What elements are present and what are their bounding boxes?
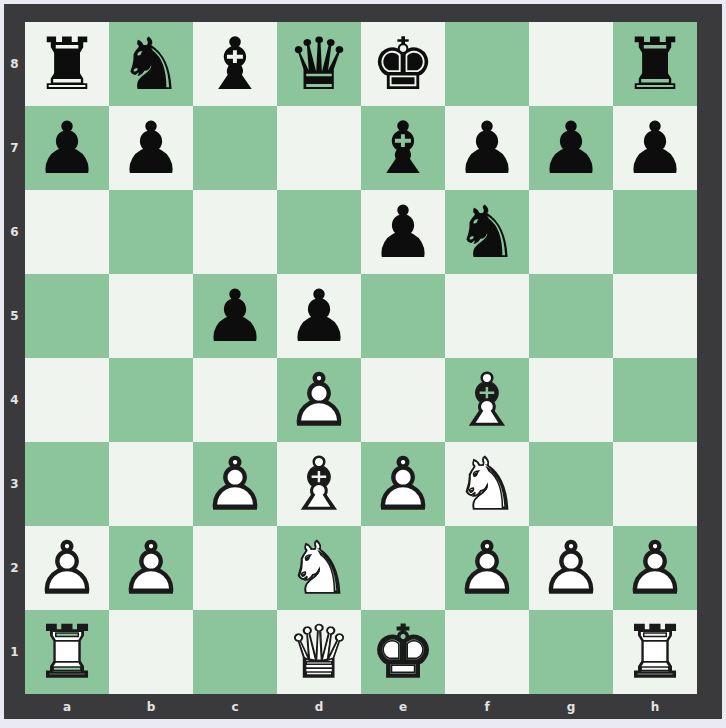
white-piece-detail-glyph: ♙: [193, 442, 277, 526]
rank-label-4: 4: [4, 358, 25, 442]
square-b3[interactable]: [109, 442, 193, 526]
piece-black-pawn[interactable]: ♟: [25, 106, 109, 190]
square-f5[interactable]: [445, 274, 529, 358]
black-piece-glyph: ♟: [109, 106, 193, 190]
piece-black-knight[interactable]: ♞: [109, 22, 193, 106]
rank-labels: 87654321: [4, 22, 25, 694]
white-piece-detail-glyph: ♙: [445, 526, 529, 610]
white-piece-detail-glyph: ♖: [25, 610, 109, 694]
white-piece-detail-glyph: ♗: [445, 358, 529, 442]
square-h1[interactable]: ♜♖: [613, 610, 697, 694]
board-frame: 87654321 ♜♞♝♛♚♜♟♟♝♟♟♟♟♞♟♟♟♙♝♗♟♙♝♗♟♙♞♘♟♙♟…: [4, 4, 722, 719]
white-piece-detail-glyph: ♔: [361, 610, 445, 694]
piece-black-pawn[interactable]: ♟: [193, 274, 277, 358]
square-h6[interactable]: [613, 190, 697, 274]
square-a4[interactable]: [25, 358, 109, 442]
piece-black-bishop[interactable]: ♝: [361, 106, 445, 190]
square-h4[interactable]: [613, 358, 697, 442]
piece-black-pawn[interactable]: ♟: [445, 106, 529, 190]
white-piece-detail-glyph: ♘: [277, 526, 361, 610]
square-d7[interactable]: [277, 106, 361, 190]
square-d1[interactable]: ♛♕: [277, 610, 361, 694]
black-piece-glyph: ♝: [193, 22, 277, 106]
piece-black-pawn[interactable]: ♟: [109, 106, 193, 190]
black-piece-glyph: ♜: [613, 22, 697, 106]
square-c2[interactable]: [193, 526, 277, 610]
square-b7[interactable]: ♟: [109, 106, 193, 190]
file-labels: abcdefgh: [25, 694, 697, 719]
black-piece-glyph: ♛: [277, 22, 361, 106]
black-piece-glyph: ♟: [25, 106, 109, 190]
square-b2[interactable]: ♟♙: [109, 526, 193, 610]
piece-black-pawn[interactable]: ♟: [277, 274, 361, 358]
square-a8[interactable]: ♜: [25, 22, 109, 106]
square-h8[interactable]: ♜: [613, 22, 697, 106]
piece-black-bishop[interactable]: ♝: [193, 22, 277, 106]
square-f8[interactable]: [445, 22, 529, 106]
square-f1[interactable]: [445, 610, 529, 694]
black-piece-glyph: ♟: [529, 106, 613, 190]
white-piece-detail-glyph: ♙: [109, 526, 193, 610]
square-f2[interactable]: ♟♙: [445, 526, 529, 610]
rank-label-5: 5: [4, 274, 25, 358]
square-e4[interactable]: [361, 358, 445, 442]
square-g1[interactable]: [529, 610, 613, 694]
square-e5[interactable]: [361, 274, 445, 358]
square-d3[interactable]: ♝♗: [277, 442, 361, 526]
white-piece-detail-glyph: ♘: [445, 442, 529, 526]
square-g5[interactable]: [529, 274, 613, 358]
chess-board: ♜♞♝♛♚♜♟♟♝♟♟♟♟♞♟♟♟♙♝♗♟♙♝♗♟♙♞♘♟♙♟♙♞♘♟♙♟♙♟♙…: [25, 22, 697, 694]
rank-label-2: 2: [4, 526, 25, 610]
file-label-c: c: [193, 694, 277, 719]
square-e6[interactable]: ♟: [361, 190, 445, 274]
rank-label-7: 7: [4, 106, 25, 190]
square-h7[interactable]: ♟: [613, 106, 697, 190]
square-g3[interactable]: [529, 442, 613, 526]
black-piece-glyph: ♜: [25, 22, 109, 106]
rank-label-8: 8: [4, 22, 25, 106]
square-c4[interactable]: [193, 358, 277, 442]
square-a2[interactable]: ♟♙: [25, 526, 109, 610]
square-e3[interactable]: ♟♙: [361, 442, 445, 526]
piece-white-pawn[interactable]: ♟♙: [193, 442, 277, 526]
piece-white-rook[interactable]: ♜♖: [25, 610, 109, 694]
square-a3[interactable]: [25, 442, 109, 526]
square-c8[interactable]: ♝: [193, 22, 277, 106]
square-e8[interactable]: ♚: [361, 22, 445, 106]
black-piece-glyph: ♟: [445, 106, 529, 190]
rank-label-1: 1: [4, 610, 25, 694]
square-a7[interactable]: ♟: [25, 106, 109, 190]
piece-white-queen[interactable]: ♛♕: [277, 610, 361, 694]
piece-white-bishop[interactable]: ♝♗: [277, 442, 361, 526]
file-label-d: d: [277, 694, 361, 719]
square-g6[interactable]: [529, 190, 613, 274]
black-piece-glyph: ♞: [445, 190, 529, 274]
square-d6[interactable]: [277, 190, 361, 274]
piece-black-king[interactable]: ♚: [361, 22, 445, 106]
white-piece-detail-glyph: ♕: [277, 610, 361, 694]
piece-black-knight[interactable]: ♞: [445, 190, 529, 274]
square-f6[interactable]: ♞: [445, 190, 529, 274]
square-c3[interactable]: ♟♙: [193, 442, 277, 526]
black-piece-glyph: ♞: [109, 22, 193, 106]
square-e1[interactable]: ♚♔: [361, 610, 445, 694]
piece-black-pawn[interactable]: ♟: [361, 190, 445, 274]
file-label-g: g: [529, 694, 613, 719]
square-h2[interactable]: ♟♙: [613, 526, 697, 610]
black-piece-glyph: ♟: [361, 190, 445, 274]
piece-black-pawn[interactable]: ♟: [529, 106, 613, 190]
piece-white-knight[interactable]: ♞♘: [445, 442, 529, 526]
file-label-f: f: [445, 694, 529, 719]
piece-white-king[interactable]: ♚♔: [361, 610, 445, 694]
square-d5[interactable]: ♟: [277, 274, 361, 358]
white-piece-detail-glyph: ♙: [277, 358, 361, 442]
square-f4[interactable]: ♝♗: [445, 358, 529, 442]
piece-white-bishop[interactable]: ♝♗: [445, 358, 529, 442]
white-piece-detail-glyph: ♖: [613, 610, 697, 694]
square-e7[interactable]: ♝: [361, 106, 445, 190]
file-label-b: b: [109, 694, 193, 719]
piece-black-rook[interactable]: ♜: [25, 22, 109, 106]
piece-black-queen[interactable]: ♛: [277, 22, 361, 106]
piece-white-pawn[interactable]: ♟♙: [361, 442, 445, 526]
rank-label-3: 3: [4, 442, 25, 526]
black-piece-glyph: ♟: [613, 106, 697, 190]
white-piece-detail-glyph: ♗: [277, 442, 361, 526]
piece-black-rook[interactable]: ♜: [613, 22, 697, 106]
square-g7[interactable]: ♟: [529, 106, 613, 190]
piece-white-pawn[interactable]: ♟♙: [109, 526, 193, 610]
piece-black-pawn[interactable]: ♟: [613, 106, 697, 190]
square-b5[interactable]: [109, 274, 193, 358]
piece-white-pawn[interactable]: ♟♙: [529, 526, 613, 610]
square-b8[interactable]: ♞: [109, 22, 193, 106]
square-b6[interactable]: [109, 190, 193, 274]
square-f7[interactable]: ♟: [445, 106, 529, 190]
white-piece-detail-glyph: ♙: [25, 526, 109, 610]
black-piece-glyph: ♟: [277, 274, 361, 358]
square-g2[interactable]: ♟♙: [529, 526, 613, 610]
square-d4[interactable]: ♟♙: [277, 358, 361, 442]
piece-white-pawn[interactable]: ♟♙: [25, 526, 109, 610]
piece-white-pawn[interactable]: ♟♙: [445, 526, 529, 610]
file-label-h: h: [613, 694, 697, 719]
white-piece-detail-glyph: ♙: [361, 442, 445, 526]
square-f3[interactable]: ♞♘: [445, 442, 529, 526]
square-c7[interactable]: [193, 106, 277, 190]
black-piece-glyph: ♚: [361, 22, 445, 106]
black-piece-glyph: ♝: [361, 106, 445, 190]
square-c1[interactable]: [193, 610, 277, 694]
file-label-a: a: [25, 694, 109, 719]
black-piece-glyph: ♟: [193, 274, 277, 358]
piece-white-pawn[interactable]: ♟♙: [613, 526, 697, 610]
square-c6[interactable]: [193, 190, 277, 274]
rank-label-6: 6: [4, 190, 25, 274]
square-d2[interactable]: ♞♘: [277, 526, 361, 610]
square-a6[interactable]: [25, 190, 109, 274]
square-b4[interactable]: [109, 358, 193, 442]
square-a1[interactable]: ♜♖: [25, 610, 109, 694]
white-piece-detail-glyph: ♙: [613, 526, 697, 610]
square-h3[interactable]: [613, 442, 697, 526]
piece-white-knight[interactable]: ♞♘: [277, 526, 361, 610]
square-b1[interactable]: [109, 610, 193, 694]
square-g4[interactable]: [529, 358, 613, 442]
square-g8[interactable]: [529, 22, 613, 106]
piece-white-rook[interactable]: ♜♖: [613, 610, 697, 694]
file-label-e: e: [361, 694, 445, 719]
white-piece-detail-glyph: ♙: [529, 526, 613, 610]
piece-white-pawn[interactable]: ♟♙: [277, 358, 361, 442]
square-a5[interactable]: [25, 274, 109, 358]
square-h5[interactable]: [613, 274, 697, 358]
square-c5[interactable]: ♟: [193, 274, 277, 358]
square-d8[interactable]: ♛: [277, 22, 361, 106]
square-e2[interactable]: [361, 526, 445, 610]
